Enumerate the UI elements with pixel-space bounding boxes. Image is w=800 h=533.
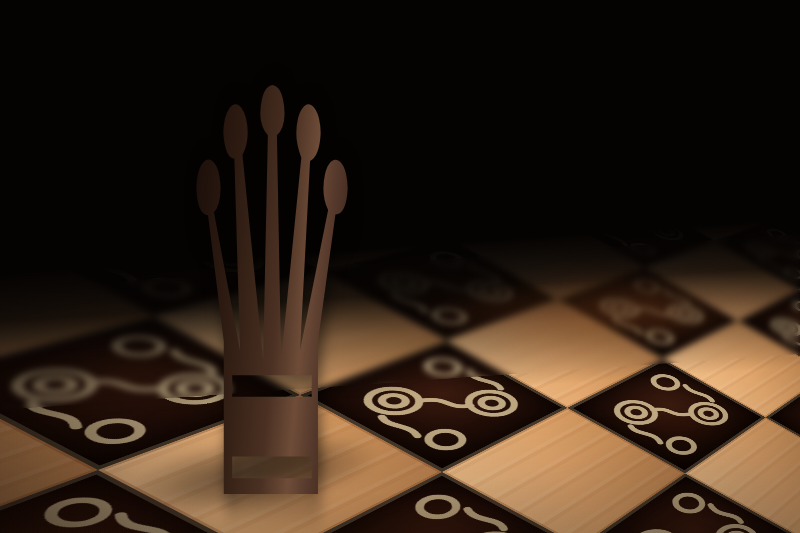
black-queen-piece[interactable]: ♛ xyxy=(172,20,373,533)
vignette xyxy=(0,0,800,533)
chess-photo-scene: ♛ Macro photograph of a single dark wood… xyxy=(0,0,800,533)
